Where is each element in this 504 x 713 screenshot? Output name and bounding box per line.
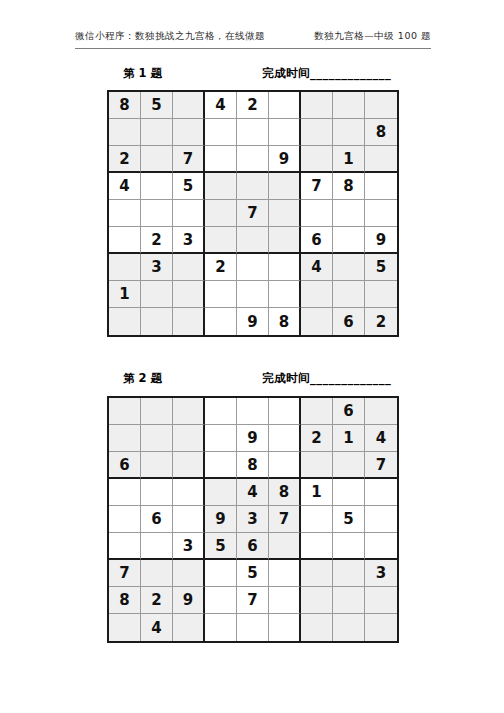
p2-cell-r1c1 <box>109 398 141 425</box>
p2-cell-r5c3 <box>173 506 205 533</box>
p2-cell-r1c5 <box>237 398 269 425</box>
p2-cell-r2c6 <box>269 425 301 452</box>
p2-cell-r5c2: 6 <box>141 506 173 533</box>
p2-cell-r5c1 <box>109 506 141 533</box>
p1-cell-r8c1: 1 <box>109 281 141 308</box>
p1-cell-r8c5 <box>237 281 269 308</box>
p1-cell-r1c6 <box>269 92 301 119</box>
p1-cell-r3c8: 1 <box>333 146 365 173</box>
p1-cell-r6c7: 6 <box>301 227 333 254</box>
p2-cell-r6c5: 6 <box>237 533 269 560</box>
p2-cell-r2c4 <box>205 425 237 452</box>
p1-cell-r2c4 <box>205 119 237 146</box>
p1-cell-r6c3: 3 <box>173 227 205 254</box>
p1-cell-r1c7 <box>301 92 333 119</box>
p1-cell-r9c9: 2 <box>365 308 397 335</box>
p1-cell-r2c8 <box>333 119 365 146</box>
p1-cell-r7c7: 4 <box>301 254 333 281</box>
p1-cell-r9c7 <box>301 308 333 335</box>
p2-cell-r2c2 <box>141 425 173 452</box>
p1-cell-r3c5 <box>237 146 269 173</box>
p2-cell-r2c3 <box>173 425 205 452</box>
p1-cell-r8c2 <box>141 281 173 308</box>
p2-cell-r7c3 <box>173 560 205 587</box>
p2-cell-r2c1 <box>109 425 141 452</box>
p1-cell-r8c3 <box>173 281 205 308</box>
p1-cell-r8c6 <box>269 281 301 308</box>
p1-cell-r7c2: 3 <box>141 254 173 281</box>
puzzle-2-header: 第 2 题 完成时间_____________ <box>107 371 399 387</box>
sudoku-grid-1: 854282791457872369324519862 <box>107 90 399 337</box>
p2-cell-r5c4: 9 <box>205 506 237 533</box>
p2-cell-r4c4 <box>205 479 237 506</box>
p2-cell-r1c3 <box>173 398 205 425</box>
p2-cell-r5c9 <box>365 506 397 533</box>
p1-cell-r6c5 <box>237 227 269 254</box>
puzzle-1-header: 第 1 题 完成时间_____________ <box>107 66 399 82</box>
p2-cell-r3c6 <box>269 452 301 479</box>
p2-cell-r7c5: 5 <box>237 560 269 587</box>
p1-cell-r8c9 <box>365 281 397 308</box>
p1-cell-r7c5 <box>237 254 269 281</box>
p1-cell-r6c4 <box>205 227 237 254</box>
p1-cell-r2c1 <box>109 119 141 146</box>
p2-cell-r8c8 <box>333 587 365 614</box>
p1-cell-r2c7 <box>301 119 333 146</box>
p1-cell-r1c2: 5 <box>141 92 173 119</box>
p2-cell-r3c1: 6 <box>109 452 141 479</box>
p1-cell-r9c3 <box>173 308 205 335</box>
p2-cell-r7c7 <box>301 560 333 587</box>
p1-cell-r1c3 <box>173 92 205 119</box>
p1-cell-r8c8 <box>333 281 365 308</box>
p1-cell-r7c1 <box>109 254 141 281</box>
p1-cell-r9c8: 6 <box>333 308 365 335</box>
p2-cell-r7c2 <box>141 560 173 587</box>
p1-cell-r5c4 <box>205 200 237 227</box>
p2-cell-r6c3: 3 <box>173 533 205 560</box>
p2-cell-r6c4: 5 <box>205 533 237 560</box>
p2-cell-r3c5: 8 <box>237 452 269 479</box>
sudoku-grid-2: 692146874816937535675382974 <box>107 396 399 643</box>
puzzle-2-time-label: 完成时间_____________ <box>262 371 391 386</box>
p2-cell-r6c7 <box>301 533 333 560</box>
p1-cell-r9c6: 8 <box>269 308 301 335</box>
p1-cell-r5c3 <box>173 200 205 227</box>
p1-cell-r5c6 <box>269 200 301 227</box>
p1-cell-r2c6 <box>269 119 301 146</box>
p2-cell-r8c6 <box>269 587 301 614</box>
p2-cell-r8c2: 2 <box>141 587 173 614</box>
p1-cell-r5c2 <box>141 200 173 227</box>
p1-cell-r7c3 <box>173 254 205 281</box>
p2-cell-r6c2 <box>141 533 173 560</box>
p1-cell-r3c1: 2 <box>109 146 141 173</box>
p2-cell-r3c3 <box>173 452 205 479</box>
p1-cell-r9c2 <box>141 308 173 335</box>
p2-cell-r4c3 <box>173 479 205 506</box>
p2-cell-r7c6 <box>269 560 301 587</box>
p1-cell-r4c7: 7 <box>301 173 333 200</box>
p2-cell-r5c8: 5 <box>333 506 365 533</box>
p2-cell-r9c6 <box>269 614 301 641</box>
p1-cell-r5c7 <box>301 200 333 227</box>
p2-cell-r3c9: 7 <box>365 452 397 479</box>
p1-cell-r7c9: 5 <box>365 254 397 281</box>
p1-cell-r7c4: 2 <box>205 254 237 281</box>
p1-cell-r4c3: 5 <box>173 173 205 200</box>
p2-cell-r8c3: 9 <box>173 587 205 614</box>
p1-cell-r5c5: 7 <box>237 200 269 227</box>
p1-cell-r6c8 <box>333 227 365 254</box>
p2-cell-r1c6 <box>269 398 301 425</box>
p2-cell-r8c5: 7 <box>237 587 269 614</box>
p2-cell-r1c8: 6 <box>333 398 365 425</box>
p1-cell-r9c5: 9 <box>237 308 269 335</box>
p2-cell-r6c8 <box>333 533 365 560</box>
p2-cell-r6c1 <box>109 533 141 560</box>
p1-cell-r6c9: 9 <box>365 227 397 254</box>
p2-cell-r9c7 <box>301 614 333 641</box>
p1-cell-r2c2 <box>141 119 173 146</box>
p1-cell-r5c8 <box>333 200 365 227</box>
header-right-text: 数独九宫格—中级 100 题 <box>314 30 431 43</box>
p1-cell-r2c9: 8 <box>365 119 397 146</box>
p2-cell-r8c9 <box>365 587 397 614</box>
worksheet-page: 微信小程序：数独挑战之九宫格，在线做题 数独九宫格—中级 100 题 第 1 题… <box>0 0 504 713</box>
p1-cell-r6c6 <box>269 227 301 254</box>
p2-cell-r1c9 <box>365 398 397 425</box>
p2-cell-r2c9: 4 <box>365 425 397 452</box>
p2-cell-r6c6 <box>269 533 301 560</box>
p2-cell-r3c2 <box>141 452 173 479</box>
p1-cell-r1c1: 8 <box>109 92 141 119</box>
p1-cell-r6c2: 2 <box>141 227 173 254</box>
p1-cell-r2c3 <box>173 119 205 146</box>
p1-cell-r9c4 <box>205 308 237 335</box>
p1-cell-r7c8 <box>333 254 365 281</box>
p2-cell-r7c9: 3 <box>365 560 397 587</box>
p2-cell-r4c2 <box>141 479 173 506</box>
p1-cell-r2c5 <box>237 119 269 146</box>
puzzle-1-title: 第 1 题 <box>123 66 162 81</box>
p1-cell-r3c3: 7 <box>173 146 205 173</box>
p2-cell-r7c4 <box>205 560 237 587</box>
puzzle-2-title: 第 2 题 <box>123 371 162 386</box>
p1-cell-r4c2 <box>141 173 173 200</box>
p2-cell-r2c7: 2 <box>301 425 333 452</box>
p2-cell-r4c8 <box>333 479 365 506</box>
p1-cell-r9c1 <box>109 308 141 335</box>
p1-cell-r1c9 <box>365 92 397 119</box>
p2-cell-r9c8 <box>333 614 365 641</box>
p2-cell-r8c4 <box>205 587 237 614</box>
p1-cell-r5c9 <box>365 200 397 227</box>
p1-cell-r4c6 <box>269 173 301 200</box>
p2-cell-r1c4 <box>205 398 237 425</box>
p2-cell-r8c7 <box>301 587 333 614</box>
p2-cell-r2c5: 9 <box>237 425 269 452</box>
p2-cell-r4c9 <box>365 479 397 506</box>
p2-cell-r7c8 <box>333 560 365 587</box>
p1-cell-r1c4: 4 <box>205 92 237 119</box>
p2-cell-r1c2 <box>141 398 173 425</box>
p2-cell-r9c4 <box>205 614 237 641</box>
p1-cell-r1c8 <box>333 92 365 119</box>
p2-cell-r7c1: 7 <box>109 560 141 587</box>
p2-cell-r1c7 <box>301 398 333 425</box>
p2-cell-r5c7 <box>301 506 333 533</box>
p1-cell-r7c6 <box>269 254 301 281</box>
p2-cell-r8c1: 8 <box>109 587 141 614</box>
p2-cell-r4c7: 1 <box>301 479 333 506</box>
p2-cell-r9c5 <box>237 614 269 641</box>
p2-cell-r5c6: 7 <box>269 506 301 533</box>
p1-cell-r8c4 <box>205 281 237 308</box>
p1-cell-r4c9 <box>365 173 397 200</box>
p1-cell-r3c6: 9 <box>269 146 301 173</box>
p1-cell-r3c2 <box>141 146 173 173</box>
p2-cell-r3c4 <box>205 452 237 479</box>
p2-cell-r6c9 <box>365 533 397 560</box>
puzzle-1-time-label: 完成时间_____________ <box>262 66 391 81</box>
p2-cell-r9c3 <box>173 614 205 641</box>
p2-cell-r4c1 <box>109 479 141 506</box>
p1-cell-r3c4 <box>205 146 237 173</box>
p1-cell-r1c5: 2 <box>237 92 269 119</box>
p2-cell-r9c9 <box>365 614 397 641</box>
p2-cell-r5c5: 3 <box>237 506 269 533</box>
p2-cell-r9c1 <box>109 614 141 641</box>
p1-cell-r4c4 <box>205 173 237 200</box>
p1-cell-r8c7 <box>301 281 333 308</box>
p1-cell-r4c1: 4 <box>109 173 141 200</box>
p2-cell-r2c8: 1 <box>333 425 365 452</box>
p2-cell-r9c2: 4 <box>141 614 173 641</box>
header-left-text: 微信小程序：数独挑战之九宫格，在线做题 <box>75 30 265 43</box>
p1-cell-r6c1 <box>109 227 141 254</box>
p1-cell-r3c7 <box>301 146 333 173</box>
p2-cell-r4c6: 8 <box>269 479 301 506</box>
p2-cell-r4c5: 4 <box>237 479 269 506</box>
p2-cell-r3c8 <box>333 452 365 479</box>
page-header: 微信小程序：数独挑战之九宫格，在线做题 数独九宫格—中级 100 题 <box>75 30 431 49</box>
p1-cell-r3c9 <box>365 146 397 173</box>
p1-cell-r4c5 <box>237 173 269 200</box>
p2-cell-r3c7 <box>301 452 333 479</box>
p1-cell-r5c1 <box>109 200 141 227</box>
p1-cell-r4c8: 8 <box>333 173 365 200</box>
